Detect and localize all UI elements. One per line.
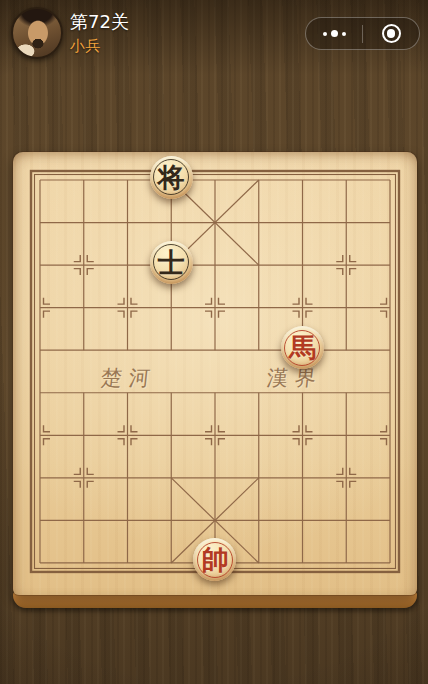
more-dots-icon xyxy=(321,30,348,37)
piece-glyph: 帥 xyxy=(201,546,228,573)
piece-grid: 将士馬帥 xyxy=(18,159,412,585)
piece-black-advisor[interactable]: 士 xyxy=(150,241,193,284)
xiangqi-board[interactable]: 楚河 漢界 将士馬帥 xyxy=(13,152,417,595)
target-circle-icon xyxy=(382,24,401,43)
level-title: 第72关 xyxy=(70,11,129,33)
home-button[interactable] xyxy=(363,18,419,49)
piece-black-general[interactable]: 将 xyxy=(150,156,193,199)
piece-glyph: 士 xyxy=(158,249,185,276)
player-rank: 小兵 xyxy=(70,37,100,56)
piece-red-general[interactable]: 帥 xyxy=(193,538,236,581)
more-button[interactable] xyxy=(306,18,362,49)
wechat-capsule xyxy=(305,17,420,50)
player-avatar xyxy=(11,7,63,59)
app-screen: { "game": "xiangqi", "header": { "level"… xyxy=(0,0,428,684)
piece-glyph: 将 xyxy=(158,164,185,191)
piece-red-horse[interactable]: 馬 xyxy=(281,326,324,369)
piece-glyph: 馬 xyxy=(289,334,316,361)
